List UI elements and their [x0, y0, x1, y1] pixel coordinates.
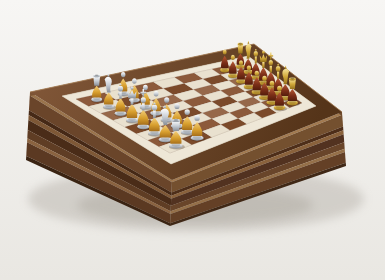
bishop-stem	[255, 56, 257, 63]
pawn-finial	[231, 55, 235, 60]
bishop-stem	[153, 110, 156, 118]
chess-set-photo	[0, 0, 385, 280]
bishop-mitre	[118, 86, 123, 92]
bishop-mitre	[276, 66, 281, 72]
pawn-finial	[174, 103, 179, 109]
rook-tower	[93, 76, 100, 86]
rook-top-hollow	[95, 74, 99, 76]
bishop-stem	[119, 91, 121, 99]
king-cross-horizontal	[140, 92, 146, 94]
queen-orb	[262, 51, 265, 54]
pawn-finial	[223, 49, 227, 54]
queen-stem	[262, 62, 264, 68]
rook-tower	[172, 120, 181, 131]
bishop-tip	[277, 64, 279, 66]
pawn-finial	[270, 81, 275, 86]
bishop-mitre	[254, 51, 258, 57]
bishop-tip	[255, 49, 257, 51]
king-stem	[142, 103, 145, 110]
king-orb	[269, 60, 273, 65]
pawn-finial	[194, 115, 200, 121]
rook-top-hollow	[239, 43, 242, 45]
pawn-finial	[277, 86, 282, 92]
bishop-tip	[153, 102, 155, 104]
rook-top-hollow	[290, 78, 294, 80]
pawn-finial	[255, 71, 259, 76]
bishop-mitre	[152, 105, 158, 111]
pawn-finial	[239, 60, 243, 65]
pawn-finial	[132, 78, 137, 83]
rook-top-hollow	[173, 119, 178, 121]
rook-tower	[238, 44, 244, 53]
photo-canvas	[0, 0, 385, 280]
pawn-finial	[121, 72, 125, 77]
king-orb	[141, 97, 146, 103]
pawn-finial	[185, 109, 190, 115]
bishop-stem	[277, 71, 279, 78]
pawn-finial	[262, 76, 267, 81]
king-cross-horizontal	[268, 55, 273, 57]
pawn-finial	[154, 91, 159, 97]
king-stem	[270, 66, 272, 73]
queen-orb	[130, 86, 133, 90]
queen-stem	[131, 98, 134, 104]
bishop-tip	[119, 83, 121, 85]
pawn-finial	[164, 97, 169, 103]
pawn-finial	[247, 65, 251, 70]
